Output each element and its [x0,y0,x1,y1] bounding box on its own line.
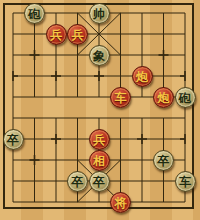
cell-f1-r6[interactable] [24,129,46,150]
cell-f0-r3[interactable] [2,66,24,87]
piece-glyph: 卒 [72,176,84,188]
piece-olive-elephant[interactable]: 象 [89,45,110,66]
cell-f6-r4[interactable] [131,87,153,108]
cell-f6-r2[interactable] [131,45,153,66]
cell-f7-r4[interactable]: 炮 [153,87,175,108]
cell-f7-r0[interactable] [153,3,175,24]
cell-f2-r5[interactable] [45,108,67,129]
cell-f3-r2[interactable] [67,45,89,66]
cell-f4-r9[interactable] [88,192,110,213]
cell-f5-r6[interactable] [110,129,132,150]
piece-olive-soldier[interactable]: 卒 [67,171,88,192]
cell-f2-r2[interactable] [45,45,67,66]
cell-f7-r5[interactable] [153,108,175,129]
cell-f3-r1[interactable]: 兵 [67,24,89,45]
piece-glyph: 车 [115,92,127,104]
cell-f5-r0[interactable] [110,3,132,24]
piece-red-soldier[interactable]: 兵 [46,24,67,45]
piece-red-soldier[interactable]: 兵 [89,129,110,150]
piece-red-elephant[interactable]: 相 [89,150,110,171]
cell-f3-r0[interactable] [67,3,89,24]
cell-f7-r9[interactable] [153,192,175,213]
piece-glyph: 炮 [158,92,170,104]
piece-red-cannon[interactable]: 炮 [153,87,174,108]
piece-glyph: 卒 [93,176,105,188]
cell-f5-r7[interactable] [110,150,132,171]
cell-f8-r2[interactable] [174,45,196,66]
board-grid: 砲帅兵兵象炮车炮砲卒兵相卒卒卒车将 [2,3,196,213]
piece-glyph: 兵 [93,134,105,146]
cell-f8-r1[interactable] [174,24,196,45]
cell-f2-r3[interactable] [45,66,67,87]
piece-red-cannon[interactable]: 炮 [132,66,153,87]
cell-f7-r6[interactable] [153,129,175,150]
piece-glyph: 卒 [158,155,170,167]
cell-f6-r3[interactable]: 炮 [131,66,153,87]
piece-olive-cannon[interactable]: 砲 [175,87,196,108]
piece-red-general[interactable]: 将 [110,192,131,213]
piece-glyph: 兵 [72,29,84,41]
piece-olive-soldier[interactable]: 卒 [89,171,110,192]
xiangqi-board: 砲帅兵兵象炮车炮砲卒兵相卒卒卒车将 [0,0,200,220]
cell-f1-r8[interactable] [24,171,46,192]
cell-f4-r5[interactable] [88,108,110,129]
cell-f6-r9[interactable] [131,192,153,213]
cell-f0-r6[interactable]: 卒 [2,129,24,150]
piece-glyph: 相 [93,155,105,167]
cell-f6-r8[interactable] [131,171,153,192]
cell-f5-r4[interactable]: 车 [110,87,132,108]
cell-f4-r2[interactable]: 象 [88,45,110,66]
cell-f8-r3[interactable] [174,66,196,87]
cell-f8-r4[interactable]: 砲 [174,87,196,108]
cell-f0-r0[interactable] [2,3,24,24]
cell-f3-r4[interactable] [67,87,89,108]
cell-f1-r9[interactable] [24,192,46,213]
cell-f8-r8[interactable]: 车 [174,171,196,192]
cell-f0-r5[interactable] [2,108,24,129]
cell-f4-r7[interactable]: 相 [88,150,110,171]
cell-f5-r9[interactable]: 将 [110,192,132,213]
piece-glyph: 砲 [179,92,191,104]
cell-f6-r1[interactable] [131,24,153,45]
piece-glyph: 卒 [7,134,19,146]
cell-f7-r1[interactable] [153,24,175,45]
cell-f6-r6[interactable] [131,129,153,150]
piece-glyph: 车 [179,176,191,188]
cell-f5-r5[interactable] [110,108,132,129]
cell-f1-r5[interactable] [24,108,46,129]
cell-f2-r6[interactable] [45,129,67,150]
cell-f2-r8[interactable] [45,171,67,192]
cell-f4-r3[interactable] [88,66,110,87]
cell-f3-r7[interactable] [67,150,89,171]
piece-olive-soldier[interactable]: 卒 [153,150,174,171]
cell-f0-r2[interactable] [2,45,24,66]
cell-f0-r8[interactable] [2,171,24,192]
piece-glyph: 兵 [50,29,62,41]
cell-f1-r0[interactable]: 砲 [24,3,46,24]
cell-f1-r2[interactable] [24,45,46,66]
piece-olive-chariot[interactable]: 车 [175,171,196,192]
cell-f3-r9[interactable] [67,192,89,213]
cell-f4-r4[interactable] [88,87,110,108]
piece-glyph: 炮 [136,71,148,83]
cell-f2-r1[interactable]: 兵 [45,24,67,45]
cell-f2-r4[interactable] [45,87,67,108]
cell-f8-r6[interactable] [174,129,196,150]
cell-f8-r5[interactable] [174,108,196,129]
cell-f1-r4[interactable] [24,87,46,108]
piece-glyph: 象 [93,50,105,62]
cell-f8-r9[interactable] [174,192,196,213]
cell-f2-r0[interactable] [45,3,67,24]
cell-f6-r7[interactable] [131,150,153,171]
cell-f4-r0[interactable]: 帅 [88,3,110,24]
cell-f0-r7[interactable] [2,150,24,171]
piece-glyph: 将 [115,197,127,209]
cell-f0-r9[interactable] [2,192,24,213]
cell-f4-r8[interactable]: 卒 [88,171,110,192]
piece-glyph: 帅 [93,8,105,20]
piece-red-soldier[interactable]: 兵 [67,24,88,45]
cell-f1-r7[interactable] [24,150,46,171]
cell-f0-r1[interactable] [2,24,24,45]
piece-red-chariot[interactable]: 车 [110,87,131,108]
cell-f4-r1[interactable] [88,24,110,45]
cell-f5-r2[interactable] [110,45,132,66]
cell-f7-r3[interactable] [153,66,175,87]
cell-f6-r5[interactable] [131,108,153,129]
piece-glyph: 砲 [29,8,41,20]
cell-f6-r0[interactable] [131,3,153,24]
cell-f5-r3[interactable] [110,66,132,87]
cell-f5-r1[interactable] [110,24,132,45]
piece-olive-cannon[interactable]: 砲 [24,3,45,24]
cell-f2-r7[interactable] [45,150,67,171]
cell-f3-r3[interactable] [67,66,89,87]
cell-f8-r7[interactable] [174,150,196,171]
cell-f0-r4[interactable] [2,87,24,108]
cell-f4-r6[interactable]: 兵 [88,129,110,150]
piece-olive-soldier[interactable]: 卒 [3,129,24,150]
piece-olive-general[interactable]: 帅 [89,3,110,24]
cell-f2-r9[interactable] [45,192,67,213]
cell-f5-r8[interactable] [110,171,132,192]
cell-f8-r0[interactable] [174,3,196,24]
cell-f3-r5[interactable] [67,108,89,129]
cell-f1-r1[interactable] [24,24,46,45]
cell-f7-r2[interactable] [153,45,175,66]
cell-f7-r8[interactable] [153,171,175,192]
cell-f3-r8[interactable]: 卒 [67,171,89,192]
cell-f3-r6[interactable] [67,129,89,150]
cell-f1-r3[interactable] [24,66,46,87]
cell-f7-r7[interactable]: 卒 [153,150,175,171]
